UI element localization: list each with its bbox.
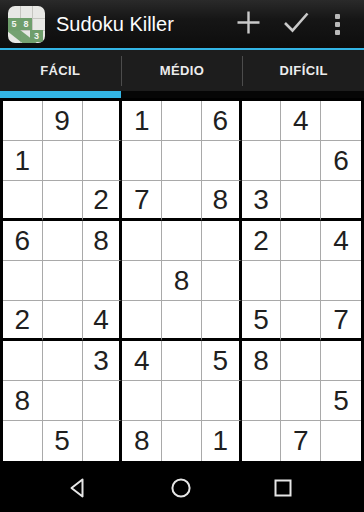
cell-r5c9[interactable] (321, 261, 361, 301)
cell-r1c2[interactable]: 9 (43, 101, 83, 141)
cell-r1c7[interactable] (242, 101, 282, 141)
cell-r7c8[interactable] (281, 341, 321, 381)
cell-r6c7[interactable]: 5 (242, 301, 282, 341)
recents-square-icon (272, 485, 294, 502)
cell-r3c9[interactable] (321, 181, 361, 221)
icon-digit-5: 5 (8, 18, 20, 30)
cell-r6c9[interactable]: 7 (321, 301, 361, 341)
cell-r2c8[interactable] (281, 141, 321, 181)
cell-r3c5[interactable] (162, 181, 202, 221)
cell-r4c6[interactable] (202, 221, 242, 261)
cell-r4c3[interactable]: 8 (83, 221, 123, 261)
action-bar: 5 8 3 Sudoku Killer (0, 0, 364, 48)
cell-r7c6[interactable]: 5 (202, 341, 242, 381)
recents-button[interactable] (272, 477, 294, 499)
cell-r7c2[interactable] (43, 341, 83, 381)
cell-r1c4[interactable]: 1 (122, 101, 162, 141)
android-nav-bar (0, 464, 364, 512)
icon-digit-8: 8 (20, 18, 32, 30)
cell-r2c3[interactable] (83, 141, 123, 181)
cell-r3c8[interactable] (281, 181, 321, 221)
sudoku-killer-app: 5 8 3 Sudoku Killer (0, 0, 364, 512)
cell-r2c5[interactable] (162, 141, 202, 181)
cell-r5c1[interactable] (3, 261, 43, 301)
tab-medio[interactable]: MÉDIO (122, 50, 243, 91)
cell-r4c2[interactable] (43, 221, 83, 261)
check-solution-button[interactable] (272, 0, 320, 48)
cell-r7c9[interactable] (321, 341, 361, 381)
cell-r5c2[interactable] (43, 261, 83, 301)
cell-r5c4[interactable] (122, 261, 162, 301)
cell-r7c4[interactable]: 4 (122, 341, 162, 381)
cell-r9c1[interactable] (3, 421, 43, 461)
cell-r8c5[interactable] (162, 381, 202, 421)
cell-r6c3[interactable]: 4 (83, 301, 123, 341)
cell-r8c2[interactable] (43, 381, 83, 421)
overflow-menu-button[interactable] (320, 0, 354, 48)
cell-r8c1[interactable]: 8 (3, 381, 43, 421)
cell-r1c3[interactable] (83, 101, 123, 141)
cell-r1c8[interactable]: 4 (281, 101, 321, 141)
cell-r8c8[interactable] (281, 381, 321, 421)
cell-r4c5[interactable] (162, 221, 202, 261)
cell-r5c3[interactable] (83, 261, 123, 301)
plus-icon (235, 9, 262, 40)
home-button[interactable] (170, 477, 192, 499)
cell-r8c6[interactable] (202, 381, 242, 421)
home-circle-icon (170, 485, 192, 502)
overflow-icon (335, 14, 340, 35)
app-logo-icon: 5 8 3 (8, 6, 45, 43)
difficulty-tab-bar: FÁCIL MÉDIO DIFÍCIL (0, 50, 364, 91)
cell-r3c2[interactable] (43, 181, 83, 221)
selected-tab-indicator (0, 91, 121, 98)
back-triangle-icon (67, 485, 89, 502)
cell-r9c2[interactable]: 5 (43, 421, 83, 461)
cell-r9c5[interactable] (162, 421, 202, 461)
tab-indicator-row (0, 91, 364, 98)
icon-digit-3: 3 (30, 30, 43, 42)
cell-r7c1[interactable] (3, 341, 43, 381)
cell-r4c8[interactable] (281, 221, 321, 261)
cell-r8c9[interactable]: 5 (321, 381, 361, 421)
cell-r4c4[interactable] (122, 221, 162, 261)
tab-facil[interactable]: FÁCIL (0, 50, 121, 91)
cell-r3c3[interactable]: 2 (83, 181, 123, 221)
cell-r2c6[interactable] (202, 141, 242, 181)
cell-r1c1[interactable] (3, 101, 43, 141)
cell-r9c4[interactable]: 8 (122, 421, 162, 461)
cell-r7c5[interactable] (162, 341, 202, 381)
cell-r5c6[interactable] (202, 261, 242, 301)
cell-r5c5[interactable]: 8 (162, 261, 202, 301)
cell-r9c8[interactable]: 7 (281, 421, 321, 461)
app-title: Sudoku Killer (56, 13, 174, 36)
cell-r3c6[interactable]: 8 (202, 181, 242, 221)
cell-r7c3[interactable]: 3 (83, 341, 123, 381)
cell-r9c7[interactable] (242, 421, 282, 461)
cell-r6c6[interactable] (202, 301, 242, 341)
cell-r6c2[interactable] (43, 301, 83, 341)
cell-r9c3[interactable] (83, 421, 123, 461)
cell-r2c7[interactable] (242, 141, 282, 181)
cell-r6c4[interactable] (122, 301, 162, 341)
cell-r4c9[interactable]: 4 (321, 221, 361, 261)
cell-r7c7[interactable]: 8 (242, 341, 282, 381)
action-bar-buttons (224, 0, 354, 48)
cell-r2c2[interactable] (43, 141, 83, 181)
cell-r4c7[interactable]: 2 (242, 221, 282, 261)
cell-r8c4[interactable] (122, 381, 162, 421)
cell-r2c4[interactable] (122, 141, 162, 181)
cell-r6c1[interactable]: 2 (3, 301, 43, 341)
cell-r8c3[interactable] (83, 381, 123, 421)
cell-r1c9[interactable] (321, 101, 361, 141)
cell-r5c8[interactable] (281, 261, 321, 301)
cell-r9c6[interactable]: 1 (202, 421, 242, 461)
cell-r4c1[interactable]: 6 (3, 221, 43, 261)
new-puzzle-button[interactable] (224, 0, 272, 48)
cell-r6c8[interactable] (281, 301, 321, 341)
check-icon (281, 10, 311, 38)
cell-r1c5[interactable] (162, 101, 202, 141)
cell-r3c4[interactable]: 7 (122, 181, 162, 221)
cell-r2c1[interactable]: 1 (3, 141, 43, 181)
cell-r9c9[interactable] (321, 421, 361, 461)
back-button[interactable] (67, 477, 89, 499)
cell-r8c7[interactable] (242, 381, 282, 421)
cell-r3c1[interactable] (3, 181, 43, 221)
cell-r6c5[interactable] (162, 301, 202, 341)
cell-r2c9[interactable]: 6 (321, 141, 361, 181)
cell-r1c6[interactable]: 6 (202, 101, 242, 141)
cell-r3c7[interactable]: 3 (242, 181, 282, 221)
tab-dificil[interactable]: DIFÍCIL (243, 50, 364, 91)
sudoku-board: 91641627836824824573458855817 (0, 98, 364, 464)
cell-r5c7[interactable] (242, 261, 282, 301)
